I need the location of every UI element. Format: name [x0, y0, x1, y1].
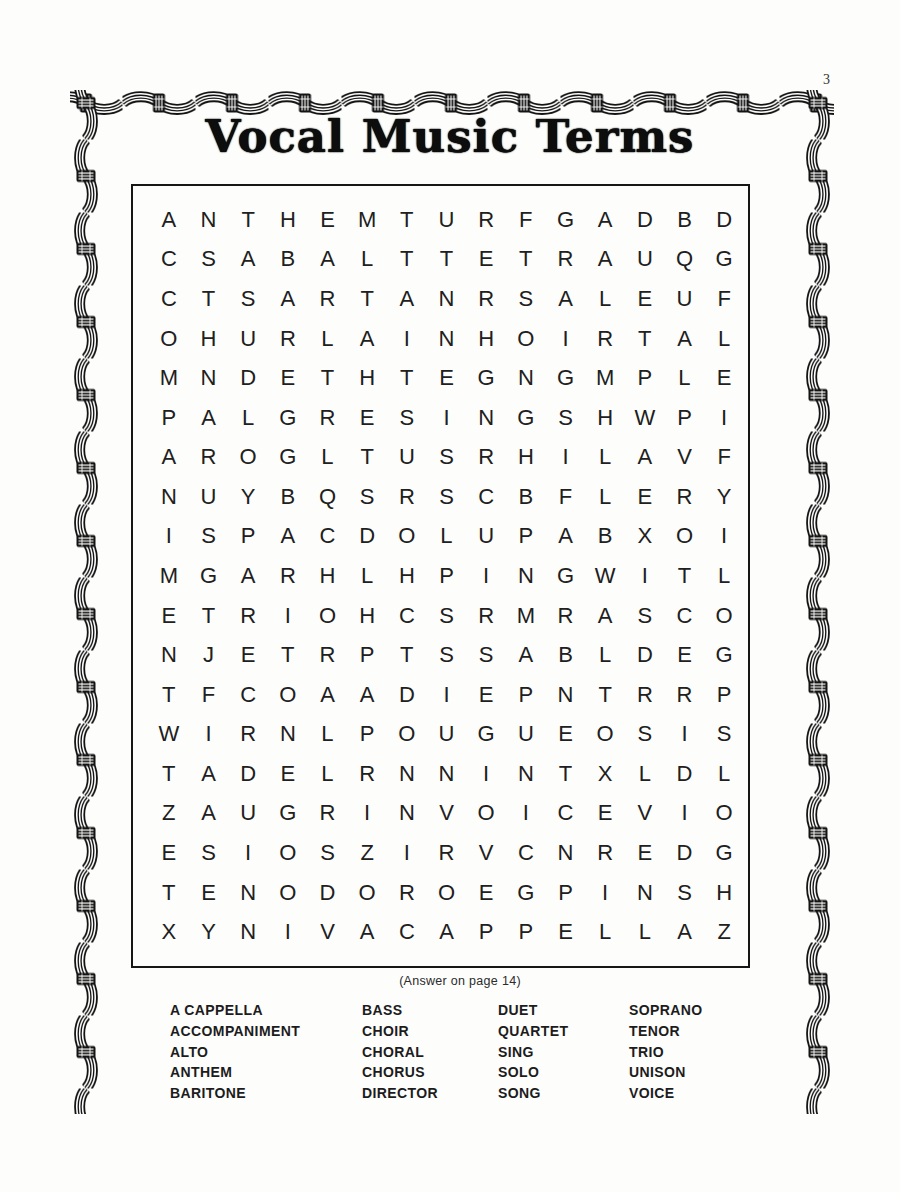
grid-cell[interactable]: A — [189, 794, 229, 834]
grid-cell[interactable]: I — [704, 517, 744, 557]
grid-cell[interactable]: A — [665, 912, 705, 952]
grid-cell[interactable]: G — [546, 200, 586, 240]
grid-cell[interactable]: E — [149, 833, 189, 873]
grid-cell[interactable]: E — [704, 358, 744, 398]
grid-cell[interactable]: B — [268, 240, 308, 280]
grid-cell[interactable]: U — [189, 477, 229, 517]
grid-cell[interactable]: Y — [704, 477, 744, 517]
grid-cell[interactable]: H — [347, 358, 387, 398]
word-item[interactable]: SOPRANO — [629, 1000, 703, 1021]
grid-cell[interactable]: X — [625, 517, 665, 557]
grid-cell[interactable]: A — [585, 596, 625, 636]
grid-cell[interactable]: E — [466, 675, 506, 715]
grid-cell[interactable]: E — [268, 358, 308, 398]
grid-cell[interactable]: E — [308, 200, 348, 240]
grid-cell[interactable]: R — [585, 319, 625, 359]
grid-cell[interactable]: O — [268, 833, 308, 873]
grid-cell[interactable]: N — [466, 398, 506, 438]
grid-cell[interactable]: T — [268, 635, 308, 675]
grid-cell[interactable]: P — [347, 715, 387, 755]
grid-cell[interactable]: G — [466, 358, 506, 398]
grid-cell[interactable]: I — [268, 596, 308, 636]
grid-cell[interactable]: S — [189, 240, 229, 280]
grid-cell[interactable]: S — [506, 279, 546, 319]
grid-cell[interactable]: M — [149, 556, 189, 596]
grid-cell[interactable]: P — [347, 635, 387, 675]
grid-cell[interactable]: T — [387, 200, 427, 240]
grid-cell[interactable]: S — [625, 596, 665, 636]
grid-cell[interactable]: O — [308, 596, 348, 636]
grid-cell[interactable]: D — [704, 200, 744, 240]
grid-cell[interactable]: E — [466, 873, 506, 913]
word-item[interactable]: SONG — [498, 1083, 629, 1104]
grid-cell[interactable]: E — [546, 912, 586, 952]
word-item[interactable]: CHORAL — [362, 1042, 498, 1063]
grid-cell[interactable]: A — [268, 517, 308, 557]
grid-cell[interactable]: L — [308, 715, 348, 755]
grid-cell[interactable]: S — [189, 833, 229, 873]
grid-cell[interactable]: G — [704, 833, 744, 873]
grid-cell[interactable]: U — [665, 279, 705, 319]
grid-cell[interactable]: G — [268, 794, 308, 834]
grid-cell[interactable]: R — [625, 675, 665, 715]
grid-cell[interactable]: T — [149, 675, 189, 715]
grid-cell[interactable]: L — [585, 912, 625, 952]
grid-cell[interactable]: I — [704, 398, 744, 438]
grid-cell[interactable]: O — [466, 794, 506, 834]
grid-cell[interactable]: A — [625, 437, 665, 477]
grid-cell[interactable]: N — [546, 833, 586, 873]
grid-cell[interactable]: O — [427, 873, 467, 913]
word-item[interactable]: QUARTET — [498, 1021, 629, 1042]
grid-cell[interactable]: T — [387, 240, 427, 280]
grid-cell[interactable]: R — [427, 833, 467, 873]
grid-cell[interactable]: S — [347, 477, 387, 517]
grid-cell[interactable]: M — [347, 200, 387, 240]
grid-cell[interactable]: I — [466, 754, 506, 794]
grid-cell[interactable]: R — [546, 240, 586, 280]
grid-cell[interactable]: L — [585, 635, 625, 675]
grid-cell[interactable]: H — [387, 556, 427, 596]
grid-cell[interactable]: C — [506, 833, 546, 873]
grid-cell[interactable]: N — [189, 358, 229, 398]
grid-cell[interactable]: E — [228, 635, 268, 675]
grid-cell[interactable]: T — [189, 596, 229, 636]
grid-cell[interactable]: A — [347, 912, 387, 952]
grid-cell[interactable]: P — [625, 358, 665, 398]
grid-cell[interactable]: N — [149, 477, 189, 517]
grid-cell[interactable]: H — [308, 556, 348, 596]
grid-cell[interactable]: T — [308, 358, 348, 398]
grid-cell[interactable]: T — [665, 556, 705, 596]
grid-cell[interactable]: E — [268, 754, 308, 794]
grid-cell[interactable]: T — [387, 358, 427, 398]
grid-cell[interactable]: G — [704, 635, 744, 675]
grid-cell[interactable]: R — [466, 437, 506, 477]
grid-cell[interactable]: A — [347, 319, 387, 359]
grid-cell[interactable]: R — [665, 675, 705, 715]
grid-cell[interactable]: Y — [189, 912, 229, 952]
grid-cell[interactable]: O — [387, 715, 427, 755]
grid-cell[interactable]: N — [506, 358, 546, 398]
grid-cell[interactable]: P — [466, 912, 506, 952]
grid-cell[interactable]: T — [427, 240, 467, 280]
grid-cell[interactable]: E — [665, 635, 705, 675]
grid-cell[interactable]: I — [466, 556, 506, 596]
grid-cell[interactable]: G — [506, 873, 546, 913]
grid-cell[interactable]: S — [546, 398, 586, 438]
grid-cell[interactable]: H — [268, 200, 308, 240]
grid-cell[interactable]: Z — [149, 794, 189, 834]
grid-cell[interactable]: J — [189, 635, 229, 675]
grid-cell[interactable]: H — [466, 319, 506, 359]
grid-cell[interactable]: D — [347, 517, 387, 557]
grid-cell[interactable]: A — [268, 279, 308, 319]
grid-cell[interactable]: A — [149, 200, 189, 240]
grid-cell[interactable]: O — [585, 715, 625, 755]
grid-cell[interactable]: R — [268, 319, 308, 359]
grid-cell[interactable]: B — [585, 517, 625, 557]
grid-cell[interactable]: S — [625, 715, 665, 755]
grid-cell[interactable]: D — [308, 873, 348, 913]
grid-cell[interactable]: S — [387, 398, 427, 438]
grid-cell[interactable]: B — [546, 635, 586, 675]
grid-cell[interactable]: W — [585, 556, 625, 596]
grid-cell[interactable]: X — [585, 754, 625, 794]
grid-cell[interactable]: E — [189, 873, 229, 913]
grid-cell[interactable]: N — [228, 912, 268, 952]
grid-cell[interactable]: A — [228, 556, 268, 596]
grid-cell[interactable]: U — [387, 437, 427, 477]
grid-cell[interactable]: N — [427, 319, 467, 359]
grid-cell[interactable]: I — [268, 912, 308, 952]
word-item[interactable]: TRIO — [629, 1042, 703, 1063]
grid-cell[interactable]: R — [308, 279, 348, 319]
grid-cell[interactable]: G — [506, 398, 546, 438]
grid-cell[interactable]: G — [546, 556, 586, 596]
grid-cell[interactable]: H — [347, 596, 387, 636]
grid-cell[interactable]: A — [347, 675, 387, 715]
grid-cell[interactable]: R — [268, 556, 308, 596]
grid-cell[interactable]: P — [427, 556, 467, 596]
grid-cell[interactable]: D — [625, 200, 665, 240]
grid-cell[interactable]: E — [625, 833, 665, 873]
word-item[interactable]: CHORUS — [362, 1062, 498, 1083]
grid-cell[interactable]: I — [625, 556, 665, 596]
word-item[interactable]: DIRECTOR — [362, 1083, 498, 1104]
grid-cell[interactable]: I — [228, 833, 268, 873]
grid-cell[interactable]: W — [625, 398, 665, 438]
grid-cell[interactable]: Q — [308, 477, 348, 517]
grid-cell[interactable]: A — [546, 279, 586, 319]
word-item[interactable]: CHOIR — [362, 1021, 498, 1042]
grid-cell[interactable]: R — [228, 596, 268, 636]
word-item[interactable]: SOLO — [498, 1062, 629, 1083]
grid-cell[interactable]: C — [387, 912, 427, 952]
word-item[interactable]: ALTO — [170, 1042, 362, 1063]
grid-cell[interactable]: C — [466, 477, 506, 517]
grid-cell[interactable]: P — [704, 675, 744, 715]
grid-cell[interactable]: Q — [665, 240, 705, 280]
grid-cell[interactable]: E — [149, 596, 189, 636]
grid-cell[interactable]: G — [189, 556, 229, 596]
grid-cell[interactable]: E — [625, 477, 665, 517]
grid-cell[interactable]: I — [189, 715, 229, 755]
grid-cell[interactable]: S — [427, 635, 467, 675]
grid-cell[interactable]: H — [506, 437, 546, 477]
grid-cell[interactable]: I — [585, 873, 625, 913]
grid-cell[interactable]: A — [387, 279, 427, 319]
grid-cell[interactable]: F — [189, 675, 229, 715]
grid-cell[interactable]: V — [665, 437, 705, 477]
grid-cell[interactable]: T — [585, 675, 625, 715]
grid-cell[interactable]: R — [189, 437, 229, 477]
grid-cell[interactable]: R — [387, 873, 427, 913]
word-item[interactable]: BARITONE — [170, 1083, 362, 1104]
grid-cell[interactable]: I — [427, 675, 467, 715]
grid-cell[interactable]: A — [228, 240, 268, 280]
grid-cell[interactable]: S — [427, 477, 467, 517]
grid-cell[interactable]: L — [308, 319, 348, 359]
grid-cell[interactable]: R — [308, 635, 348, 675]
grid-cell[interactable]: C — [228, 675, 268, 715]
grid-cell[interactable]: N — [228, 873, 268, 913]
grid-cell[interactable]: T — [189, 279, 229, 319]
word-item[interactable]: SING — [498, 1042, 629, 1063]
grid-cell[interactable]: I — [387, 319, 427, 359]
grid-cell[interactable]: A — [189, 754, 229, 794]
grid-cell[interactable]: R — [347, 754, 387, 794]
grid-cell[interactable]: R — [466, 279, 506, 319]
grid-cell[interactable]: S — [228, 279, 268, 319]
grid-cell[interactable]: R — [585, 833, 625, 873]
word-item[interactable]: A CAPPELLA — [170, 1000, 362, 1021]
grid-cell[interactable]: E — [347, 398, 387, 438]
grid-cell[interactable]: Z — [347, 833, 387, 873]
grid-cell[interactable]: O — [506, 319, 546, 359]
grid-cell[interactable]: T — [347, 437, 387, 477]
grid-cell[interactable]: A — [308, 240, 348, 280]
grid-cell[interactable]: L — [427, 517, 467, 557]
grid-cell[interactable]: C — [665, 596, 705, 636]
grid-cell[interactable]: Z — [704, 912, 744, 952]
word-item[interactable]: DUET — [498, 1000, 629, 1021]
grid-cell[interactable]: Y — [228, 477, 268, 517]
grid-cell[interactable]: S — [665, 873, 705, 913]
grid-cell[interactable]: O — [704, 794, 744, 834]
grid-cell[interactable]: N — [506, 556, 546, 596]
grid-cell[interactable]: O — [228, 437, 268, 477]
grid-cell[interactable]: B — [665, 200, 705, 240]
grid-cell[interactable]: C — [149, 240, 189, 280]
grid-cell[interactable]: A — [585, 240, 625, 280]
grid-cell[interactable]: L — [308, 437, 348, 477]
grid-cell[interactable]: B — [268, 477, 308, 517]
grid-cell[interactable]: M — [585, 358, 625, 398]
word-item[interactable]: TENOR — [629, 1021, 703, 1042]
grid-cell[interactable]: A — [506, 635, 546, 675]
grid-cell[interactable]: N — [427, 754, 467, 794]
grid-cell[interactable]: C — [149, 279, 189, 319]
grid-cell[interactable]: P — [506, 912, 546, 952]
grid-cell[interactable]: E — [625, 279, 665, 319]
grid-cell[interactable]: U — [625, 240, 665, 280]
grid-cell[interactable]: U — [228, 319, 268, 359]
grid-cell[interactable]: R — [466, 200, 506, 240]
grid-cell[interactable]: N — [506, 754, 546, 794]
grid-cell[interactable]: A — [546, 517, 586, 557]
grid-cell[interactable]: O — [665, 517, 705, 557]
grid-cell[interactable]: A — [308, 675, 348, 715]
grid-cell[interactable]: R — [308, 794, 348, 834]
grid-cell[interactable]: V — [427, 794, 467, 834]
grid-cell[interactable]: G — [268, 398, 308, 438]
word-item[interactable]: ANTHEM — [170, 1062, 362, 1083]
grid-cell[interactable]: I — [546, 319, 586, 359]
grid-cell[interactable]: P — [546, 873, 586, 913]
grid-cell[interactable]: L — [704, 556, 744, 596]
grid-cell[interactable]: I — [387, 833, 427, 873]
grid-cell[interactable]: G — [704, 240, 744, 280]
grid-cell[interactable]: R — [466, 596, 506, 636]
grid-cell[interactable]: A — [665, 319, 705, 359]
grid-cell[interactable]: R — [228, 715, 268, 755]
grid-cell[interactable]: N — [546, 675, 586, 715]
grid-cell[interactable]: I — [427, 398, 467, 438]
grid-cell[interactable]: T — [347, 279, 387, 319]
grid-cell[interactable]: F — [546, 477, 586, 517]
grid-cell[interactable]: T — [387, 635, 427, 675]
grid-cell[interactable]: D — [228, 754, 268, 794]
grid-cell[interactable]: L — [585, 279, 625, 319]
grid-cell[interactable]: I — [546, 437, 586, 477]
grid-cell[interactable]: S — [704, 715, 744, 755]
grid-cell[interactable]: H — [585, 398, 625, 438]
grid-cell[interactable]: W — [149, 715, 189, 755]
grid-cell[interactable]: C — [308, 517, 348, 557]
grid-cell[interactable]: L — [704, 319, 744, 359]
grid-cell[interactable]: V — [466, 833, 506, 873]
grid-cell[interactable]: A — [427, 912, 467, 952]
grid-cell[interactable]: O — [149, 319, 189, 359]
grid-cell[interactable]: O — [704, 596, 744, 636]
grid-cell[interactable]: I — [665, 715, 705, 755]
grid-cell[interactable]: S — [466, 635, 506, 675]
grid-cell[interactable]: X — [149, 912, 189, 952]
grid-cell[interactable]: S — [427, 437, 467, 477]
grid-cell[interactable]: O — [268, 873, 308, 913]
grid-cell[interactable]: F — [704, 437, 744, 477]
grid-cell[interactable]: T — [149, 873, 189, 913]
grid-cell[interactable]: L — [585, 437, 625, 477]
word-item[interactable]: UNISON — [629, 1062, 703, 1083]
grid-cell[interactable]: V — [308, 912, 348, 952]
grid-cell[interactable]: L — [665, 358, 705, 398]
grid-cell[interactable]: E — [427, 358, 467, 398]
grid-cell[interactable]: U — [506, 715, 546, 755]
grid-cell[interactable]: P — [228, 517, 268, 557]
grid-cell[interactable]: P — [506, 517, 546, 557]
grid-cell[interactable]: V — [625, 794, 665, 834]
grid-cell[interactable]: L — [704, 754, 744, 794]
grid-cell[interactable]: F — [704, 279, 744, 319]
grid-cell[interactable]: L — [347, 240, 387, 280]
grid-cell[interactable]: O — [387, 517, 427, 557]
grid-cell[interactable]: T — [228, 200, 268, 240]
grid-cell[interactable]: D — [387, 675, 427, 715]
grid-cell[interactable]: I — [149, 517, 189, 557]
grid-cell[interactable]: M — [149, 358, 189, 398]
grid-cell[interactable]: N — [625, 873, 665, 913]
grid-cell[interactable]: P — [665, 398, 705, 438]
grid-cell[interactable]: G — [268, 437, 308, 477]
grid-cell[interactable]: N — [387, 794, 427, 834]
grid-cell[interactable]: N — [189, 200, 229, 240]
grid-cell[interactable]: N — [427, 279, 467, 319]
grid-cell[interactable]: A — [585, 200, 625, 240]
grid-cell[interactable]: D — [228, 358, 268, 398]
grid-cell[interactable]: C — [387, 596, 427, 636]
grid-cell[interactable]: B — [506, 477, 546, 517]
grid-cell[interactable]: D — [665, 754, 705, 794]
grid-cell[interactable]: E — [466, 240, 506, 280]
grid-cell[interactable]: U — [466, 517, 506, 557]
grid-cell[interactable]: U — [228, 794, 268, 834]
grid-cell[interactable]: P — [506, 675, 546, 715]
grid-cell[interactable]: U — [427, 715, 467, 755]
word-item[interactable]: ACCOMPANIMENT — [170, 1021, 362, 1042]
grid-cell[interactable]: S — [189, 517, 229, 557]
grid-cell[interactable]: I — [665, 794, 705, 834]
grid-cell[interactable]: E — [546, 715, 586, 755]
grid-cell[interactable]: S — [308, 833, 348, 873]
grid-cell[interactable]: T — [506, 240, 546, 280]
grid-cell[interactable]: T — [625, 319, 665, 359]
grid-cell[interactable]: G — [546, 358, 586, 398]
grid-cell[interactable]: T — [149, 754, 189, 794]
grid-cell[interactable]: C — [546, 794, 586, 834]
grid-cell[interactable]: E — [585, 794, 625, 834]
grid-cell[interactable]: R — [665, 477, 705, 517]
word-item[interactable]: BASS — [362, 1000, 498, 1021]
grid-cell[interactable]: O — [347, 873, 387, 913]
grid-cell[interactable]: L — [347, 556, 387, 596]
grid-cell[interactable]: A — [189, 398, 229, 438]
grid-cell[interactable]: L — [625, 912, 665, 952]
grid-cell[interactable]: L — [228, 398, 268, 438]
grid-cell[interactable]: L — [625, 754, 665, 794]
grid-cell[interactable]: T — [546, 754, 586, 794]
grid-cell[interactable]: D — [625, 635, 665, 675]
grid-cell[interactable]: R — [308, 398, 348, 438]
grid-cell[interactable]: N — [149, 635, 189, 675]
grid-cell[interactable]: F — [506, 200, 546, 240]
grid-cell[interactable]: P — [149, 398, 189, 438]
grid-cell[interactable]: I — [506, 794, 546, 834]
grid-cell[interactable]: L — [308, 754, 348, 794]
grid-cell[interactable]: R — [387, 477, 427, 517]
grid-cell[interactable]: N — [268, 715, 308, 755]
grid-cell[interactable]: N — [387, 754, 427, 794]
grid-cell[interactable]: S — [427, 596, 467, 636]
grid-cell[interactable]: H — [189, 319, 229, 359]
grid-cell[interactable]: I — [347, 794, 387, 834]
grid-cell[interactable]: U — [427, 200, 467, 240]
word-item[interactable]: VOICE — [629, 1083, 703, 1104]
grid-cell[interactable]: H — [704, 873, 744, 913]
grid-cell[interactable]: M — [506, 596, 546, 636]
grid-cell[interactable]: D — [665, 833, 705, 873]
